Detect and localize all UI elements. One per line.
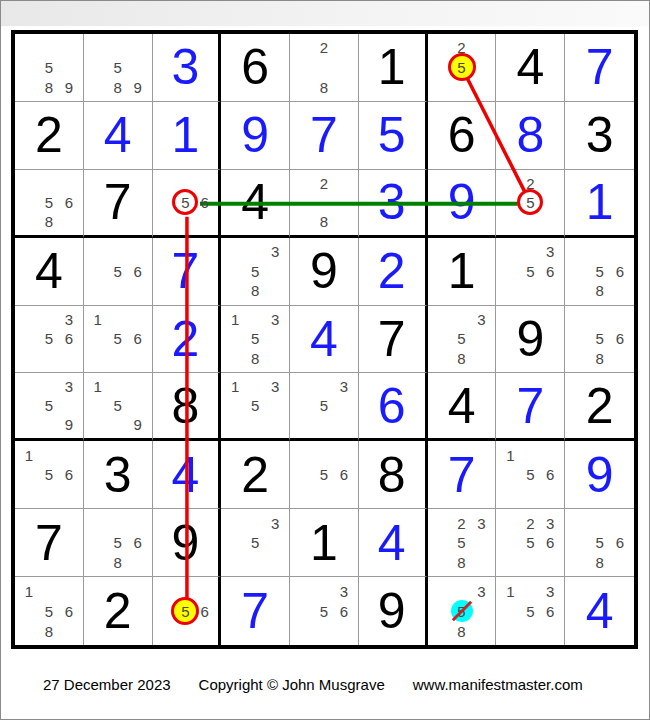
given-digit: 4 [241, 177, 269, 227]
candidate-8[interactable]: 8 [39, 212, 59, 231]
candidate-5[interactable]: 5 [520, 601, 540, 621]
candidate-2[interactable]: 2 [452, 513, 472, 533]
solved-digit: 7 [172, 246, 200, 296]
candidate-8[interactable]: 8 [452, 349, 472, 369]
given-digit: 9 [172, 518, 200, 568]
candidate-5[interactable]: 5 [108, 396, 128, 415]
candidate-3[interactable]: 3 [265, 513, 285, 533]
cell-r8c7[interactable]: 2358 [428, 509, 497, 577]
candidate-8[interactable]: 8 [589, 281, 609, 301]
cell-r2c8[interactable]: 8 [496, 102, 565, 170]
candidate-9[interactable]: 9 [128, 77, 148, 97]
solved-digit: 1 [586, 177, 614, 227]
candidate-6[interactable]: 6 [334, 601, 354, 621]
candidate-1[interactable]: 1 [500, 581, 520, 601]
candidate-8[interactable]: 8 [39, 77, 59, 97]
given-digit: 1 [378, 42, 406, 92]
candidate-9[interactable]: 9 [128, 415, 148, 434]
candidate-6[interactable]: 6 [195, 193, 214, 212]
solved-digit: 9 [586, 450, 614, 500]
candidate-6[interactable]: 6 [59, 193, 79, 212]
sudoku-grid: 5895893628125472419756835687564283925145… [11, 30, 638, 649]
cell-r6c9[interactable]: 2 [565, 373, 634, 441]
cell-r7c8[interactable]: 156 [496, 441, 565, 509]
given-digit: 3 [104, 450, 132, 500]
cell-r1c8[interactable]: 4 [496, 34, 565, 102]
cell-r4c7[interactable]: 1 [428, 238, 497, 306]
solved-digit: 4 [104, 110, 132, 160]
cell-r9c3[interactable]: 56 [153, 577, 222, 645]
cell-r5c4[interactable]: 1358 [221, 306, 290, 374]
candidate-3[interactable]: 3 [540, 513, 560, 533]
cell-r4c8[interactable]: 356 [496, 238, 565, 306]
candidate-6[interactable]: 6 [195, 601, 214, 621]
cell-r8c2[interactable]: 568 [84, 509, 153, 577]
cell-r2c6[interactable]: 5 [359, 102, 428, 170]
cell-r1c3[interactable]: 3 [153, 34, 222, 102]
candidate-6[interactable]: 6 [59, 601, 79, 621]
cell-r2c3[interactable]: 1 [153, 102, 222, 170]
cell-r3c6[interactable]: 3 [359, 170, 428, 238]
cell-r8c9[interactable]: 568 [565, 509, 634, 577]
cell-r9c2[interactable]: 2 [84, 577, 153, 645]
cell-r6c7[interactable]: 4 [428, 373, 497, 441]
candidate-6[interactable]: 6 [610, 533, 630, 553]
cell-r3c3[interactable]: 56 [153, 170, 222, 238]
cell-r3c8[interactable]: 25 [496, 170, 565, 238]
candidate-6[interactable]: 6 [540, 601, 560, 621]
candidate-3[interactable]: 3 [472, 310, 492, 330]
candidate-8[interactable]: 8 [39, 621, 59, 641]
candidate-1[interactable]: 1 [225, 310, 245, 330]
candidate-5[interactable]: 5 [245, 533, 265, 553]
candidate-5[interactable]: 5 [176, 601, 195, 621]
candidate-5[interactable]: 5 [314, 601, 334, 621]
given-digit: 7 [35, 518, 63, 568]
cell-r7c9[interactable]: 9 [565, 441, 634, 509]
page-frame: 5895893628125472419756835687564283925145… [0, 0, 650, 720]
cell-r3c7[interactable]: 9 [428, 170, 497, 238]
cell-r5c6[interactable]: 7 [359, 306, 428, 374]
cell-r8c5[interactable]: 1 [290, 509, 359, 577]
solved-digit: 7 [516, 381, 544, 431]
solved-digit: 9 [241, 110, 269, 160]
given-digit: 3 [586, 110, 614, 160]
cell-r6c2[interactable]: 159 [84, 373, 153, 441]
candidate-8[interactable]: 8 [314, 77, 334, 97]
candidate-9[interactable]: 9 [59, 77, 79, 97]
candidate-5[interactable]: 5 [589, 261, 609, 281]
candidate-5[interactable]: 5 [520, 193, 540, 212]
cell-r6c5[interactable]: 35 [290, 373, 359, 441]
solved-digit: 7 [241, 586, 269, 636]
solved-digit: 5 [378, 110, 406, 160]
cell-r3c2[interactable]: 7 [84, 170, 153, 238]
candidate-2[interactable]: 2 [314, 174, 334, 193]
candidate-5[interactable]: 5 [452, 601, 472, 621]
solved-digit: 2 [378, 246, 406, 296]
cell-r6c4[interactable]: 135 [221, 373, 290, 441]
candidate-3[interactable]: 3 [472, 581, 492, 601]
candidate-5[interactable]: 5 [245, 329, 265, 349]
cell-r5c5[interactable]: 4 [290, 306, 359, 374]
candidate-3[interactable]: 3 [265, 242, 285, 262]
candidate-5[interactable]: 5 [245, 261, 265, 281]
given-digit: 9 [516, 314, 544, 364]
cell-r4c3[interactable]: 7 [153, 238, 222, 306]
candidate-5[interactable]: 5 [176, 193, 195, 212]
cell-r8c1[interactable]: 7 [15, 509, 84, 577]
solved-digit: 7 [586, 42, 614, 92]
cell-r2c1[interactable]: 2 [15, 102, 84, 170]
cell-r2c5[interactable]: 7 [290, 102, 359, 170]
candidate-8[interactable]: 8 [108, 77, 128, 97]
cell-r3c4[interactable]: 4 [221, 170, 290, 238]
candidate-8[interactable]: 8 [108, 552, 128, 572]
candidate-6[interactable]: 6 [610, 329, 630, 349]
cell-r5c1[interactable]: 356 [15, 306, 84, 374]
solved-digit: 9 [448, 177, 476, 227]
cell-r9c1[interactable]: 1568 [15, 577, 84, 645]
solved-digit: 4 [310, 314, 338, 364]
candidate-3[interactable]: 3 [265, 310, 285, 330]
cell-r2c7[interactable]: 6 [428, 102, 497, 170]
footer: 27 December 2023 Copyright © John Musgra… [1, 649, 649, 719]
candidate-5[interactable]: 5 [520, 533, 540, 553]
solved-digit: 2 [172, 314, 200, 364]
given-digit: 4 [35, 246, 63, 296]
given-digit: 8 [172, 381, 200, 431]
candidate-5[interactable]: 5 [108, 329, 128, 349]
candidate-5[interactable]: 5 [452, 533, 472, 553]
footer-website[interactable]: www.manifestmaster.com [413, 676, 583, 693]
candidate-6[interactable]: 6 [59, 465, 79, 485]
candidate-5[interactable]: 5 [39, 465, 59, 485]
candidate-6[interactable]: 6 [128, 261, 148, 281]
cell-r1c9[interactable]: 7 [565, 34, 634, 102]
cell-r2c4[interactable]: 9 [221, 102, 290, 170]
candidate-2[interactable]: 2 [314, 38, 334, 58]
candidate-1[interactable]: 1 [88, 310, 108, 330]
cell-r9c4[interactable]: 7 [221, 577, 290, 645]
cell-r1c6[interactable]: 1 [359, 34, 428, 102]
cell-r9c7[interactable]: 358 [428, 577, 497, 645]
candidate-8[interactable]: 8 [589, 349, 609, 369]
cell-r3c9[interactable]: 1 [565, 170, 634, 238]
cell-r4c4[interactable]: 358 [221, 238, 290, 306]
cell-r7c2[interactable]: 3 [84, 441, 153, 509]
given-digit: 1 [448, 246, 476, 296]
candidate-8[interactable]: 8 [245, 349, 265, 369]
cell-r6c3[interactable]: 8 [153, 373, 222, 441]
cell-r8c4[interactable]: 35 [221, 509, 290, 577]
solved-digit: 3 [378, 177, 406, 227]
candidate-5[interactable]: 5 [520, 261, 540, 281]
candidate-1[interactable]: 1 [19, 445, 39, 465]
candidate-8[interactable]: 8 [589, 552, 609, 572]
cell-r5c8[interactable]: 9 [496, 306, 565, 374]
candidate-6[interactable]: 6 [128, 533, 148, 553]
given-digit: 6 [241, 42, 269, 92]
cell-r1c4[interactable]: 6 [221, 34, 290, 102]
candidate-8[interactable]: 8 [245, 281, 265, 301]
cell-r4c6[interactable]: 2 [359, 238, 428, 306]
candidate-5[interactable]: 5 [108, 58, 128, 78]
candidate-5[interactable]: 5 [108, 261, 128, 281]
cell-r6c1[interactable]: 359 [15, 373, 84, 441]
candidate-5[interactable]: 5 [39, 58, 59, 78]
solved-digit: 3 [172, 42, 200, 92]
solved-digit: 4 [586, 586, 614, 636]
cell-r4c9[interactable]: 568 [565, 238, 634, 306]
cell-r5c7[interactable]: 358 [428, 306, 497, 374]
cell-r7c5[interactable]: 56 [290, 441, 359, 509]
cell-r2c2[interactable]: 4 [84, 102, 153, 170]
candidate-1[interactable]: 1 [88, 377, 108, 396]
candidate-5[interactable]: 5 [314, 396, 334, 415]
given-digit: 2 [586, 381, 614, 431]
cell-r7c1[interactable]: 156 [15, 441, 84, 509]
given-digit: 2 [241, 450, 269, 500]
candidate-5[interactable]: 5 [39, 396, 59, 415]
candidate-5[interactable]: 5 [39, 601, 59, 621]
solved-digit: 6 [378, 381, 406, 431]
cell-r4c1[interactable]: 4 [15, 238, 84, 306]
given-digit: 7 [378, 314, 406, 364]
candidate-5[interactable]: 5 [452, 329, 472, 349]
candidate-3[interactable]: 3 [334, 581, 354, 601]
candidate-5[interactable]: 5 [245, 396, 265, 415]
cell-r5c3[interactable]: 2 [153, 306, 222, 374]
cell-r4c5[interactable]: 9 [290, 238, 359, 306]
given-digit: 2 [35, 110, 63, 160]
solved-digit: 4 [378, 518, 406, 568]
candidate-1[interactable]: 1 [225, 377, 245, 396]
cell-r2c9[interactable]: 3 [565, 102, 634, 170]
cell-r1c5[interactable]: 28 [290, 34, 359, 102]
solved-digit: 4 [172, 450, 200, 500]
candidate-6[interactable]: 6 [128, 329, 148, 349]
cell-r3c1[interactable]: 568 [15, 170, 84, 238]
candidate-3[interactable]: 3 [540, 581, 560, 601]
cell-r1c2[interactable]: 589 [84, 34, 153, 102]
candidate-1[interactable]: 1 [500, 445, 520, 465]
solved-digit: 8 [516, 110, 544, 160]
candidate-5[interactable]: 5 [520, 465, 540, 485]
cell-r1c1[interactable]: 589 [15, 34, 84, 102]
cell-r3c5[interactable]: 28 [290, 170, 359, 238]
candidate-3[interactable]: 3 [265, 377, 285, 396]
candidate-5[interactable]: 5 [589, 329, 609, 349]
candidate-3[interactable]: 3 [59, 377, 79, 396]
candidate-6[interactable]: 6 [540, 465, 560, 485]
candidate-5[interactable]: 5 [589, 533, 609, 553]
candidate-8[interactable]: 8 [314, 212, 334, 231]
given-digit: 7 [104, 177, 132, 227]
cell-r6c6[interactable]: 6 [359, 373, 428, 441]
given-digit: 2 [104, 586, 132, 636]
cell-r5c9[interactable]: 568 [565, 306, 634, 374]
solved-digit: 7 [310, 110, 338, 160]
given-digit: 9 [310, 246, 338, 296]
candidate-5[interactable]: 5 [108, 533, 128, 553]
cell-r6c8[interactable]: 7 [496, 373, 565, 441]
cell-r7c3[interactable]: 4 [153, 441, 222, 509]
cell-r9c5[interactable]: 356 [290, 577, 359, 645]
given-digit: 8 [378, 450, 406, 500]
candidate-5[interactable]: 5 [314, 465, 334, 485]
candidate-9[interactable]: 9 [59, 415, 79, 434]
candidate-5[interactable]: 5 [39, 193, 59, 212]
candidate-3[interactable]: 3 [540, 242, 560, 262]
cell-r9c9[interactable]: 4 [565, 577, 634, 645]
given-digit: 4 [516, 42, 544, 92]
cell-r4c2[interactable]: 56 [84, 238, 153, 306]
candidate-3[interactable]: 3 [472, 513, 492, 533]
candidate-6[interactable]: 6 [610, 261, 630, 281]
candidate-5[interactable]: 5 [39, 329, 59, 349]
cell-r8c8[interactable]: 2356 [496, 509, 565, 577]
solved-digit: 7 [448, 450, 476, 500]
cell-r8c6[interactable]: 4 [359, 509, 428, 577]
footer-date: 27 December 2023 [43, 676, 171, 693]
candidate-8[interactable]: 8 [452, 621, 472, 641]
candidate-2[interactable]: 2 [520, 513, 540, 533]
cell-r5c2[interactable]: 156 [84, 306, 153, 374]
given-digit: 6 [448, 110, 476, 160]
candidate-6[interactable]: 6 [334, 465, 354, 485]
given-digit: 4 [448, 381, 476, 431]
cell-r7c7[interactable]: 7 [428, 441, 497, 509]
top-strip [1, 1, 649, 27]
solved-digit: 1 [172, 110, 200, 160]
candidate-5[interactable]: 5 [452, 58, 472, 78]
candidate-3[interactable]: 3 [334, 377, 354, 396]
given-digit: 9 [378, 586, 406, 636]
cell-r8c3[interactable]: 9 [153, 509, 222, 577]
given-digit: 1 [310, 518, 338, 568]
cell-r7c4[interactable]: 2 [221, 441, 290, 509]
cell-r9c8[interactable]: 1356 [496, 577, 565, 645]
candidate-6[interactable]: 6 [540, 261, 560, 281]
candidate-8[interactable]: 8 [452, 552, 472, 572]
cell-r7c6[interactable]: 8 [359, 441, 428, 509]
candidate-3[interactable]: 3 [59, 310, 79, 330]
candidate-6[interactable]: 6 [540, 533, 560, 553]
candidate-6[interactable]: 6 [59, 329, 79, 349]
cell-r1c7[interactable]: 25 [428, 34, 497, 102]
footer-copyright: Copyright © John Musgrave [199, 676, 385, 693]
cell-r9c6[interactable]: 9 [359, 577, 428, 645]
candidate-1[interactable]: 1 [19, 581, 39, 601]
